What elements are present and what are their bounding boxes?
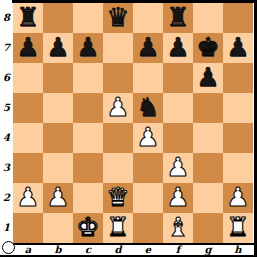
piece-black-pawn-g6[interactable]: ♟ xyxy=(196,62,219,92)
piece-white-rook-h1[interactable]: ♜ xyxy=(226,212,249,242)
square-e4[interactable]: ♟ xyxy=(133,123,163,153)
piece-black-pawn-h7[interactable]: ♟ xyxy=(226,32,249,62)
square-a4[interactable] xyxy=(13,123,43,153)
square-f2[interactable]: ♟ xyxy=(163,183,193,213)
piece-black-rook-f8[interactable]: ♜ xyxy=(166,2,189,32)
square-c4[interactable] xyxy=(73,123,103,153)
piece-white-pawn-f3[interactable]: ♟ xyxy=(166,152,189,182)
square-a5[interactable] xyxy=(13,93,43,123)
square-b2[interactable]: ♟ xyxy=(43,183,73,213)
square-e7[interactable]: ♟ xyxy=(133,33,163,63)
square-f5[interactable] xyxy=(163,93,193,123)
piece-white-queen-d2[interactable]: ♛ xyxy=(106,182,129,212)
square-g1[interactable] xyxy=(193,213,223,243)
piece-white-pawn-f2[interactable]: ♟ xyxy=(166,182,189,212)
square-h3[interactable] xyxy=(223,153,253,183)
square-a8[interactable]: ♜ xyxy=(13,3,43,33)
file-label-e: e xyxy=(133,244,163,255)
piece-black-rook-a8[interactable]: ♜ xyxy=(16,2,39,32)
piece-black-queen-d8[interactable]: ♛ xyxy=(106,2,129,32)
square-h6[interactable] xyxy=(223,63,253,93)
square-g2[interactable] xyxy=(193,183,223,213)
square-e2[interactable] xyxy=(133,183,163,213)
square-e3[interactable] xyxy=(133,153,163,183)
piece-black-pawn-c7[interactable]: ♟ xyxy=(76,32,99,62)
square-c3[interactable] xyxy=(73,153,103,183)
square-b7[interactable]: ♟ xyxy=(43,33,73,63)
square-b6[interactable] xyxy=(43,63,73,93)
square-b3[interactable] xyxy=(43,153,73,183)
piece-white-pawn-e4[interactable]: ♟ xyxy=(136,122,159,152)
piece-white-pawn-h2[interactable]: ♟ xyxy=(226,182,249,212)
rank-label-1: 1 xyxy=(0,213,13,243)
piece-black-pawn-a7[interactable]: ♟ xyxy=(16,32,39,62)
square-d7[interactable] xyxy=(103,33,133,63)
square-h8[interactable] xyxy=(223,3,253,33)
file-labels: abcdefgh xyxy=(13,244,253,255)
square-g6[interactable]: ♟ xyxy=(193,63,223,93)
square-h4[interactable] xyxy=(223,123,253,153)
white-to-move-indicator-circle xyxy=(2,241,15,254)
piece-white-pawn-d5[interactable]: ♟ xyxy=(106,92,129,122)
square-c6[interactable] xyxy=(73,63,103,93)
square-g8[interactable] xyxy=(193,3,223,33)
rank-label-8: 8 xyxy=(0,3,13,33)
file-label-g: g xyxy=(193,244,223,255)
square-h2[interactable]: ♟ xyxy=(223,183,253,213)
square-f1[interactable]: ♝ xyxy=(163,213,193,243)
square-f4[interactable] xyxy=(163,123,193,153)
square-e5[interactable]: ♞ xyxy=(133,93,163,123)
square-f8[interactable]: ♜ xyxy=(163,3,193,33)
rank-label-5: 5 xyxy=(0,93,13,123)
square-d1[interactable]: ♜ xyxy=(103,213,133,243)
square-e6[interactable] xyxy=(133,63,163,93)
rank-label-2: 2 xyxy=(0,183,13,213)
square-g7[interactable]: ♚ xyxy=(193,33,223,63)
chess-board[interactable]: ♜♛♜♟♟♟♟♟♚♟♟♟♞♟♟♟♟♛♟♟♚♜♝♜ xyxy=(13,3,253,243)
square-h7[interactable]: ♟ xyxy=(223,33,253,63)
square-a1[interactable] xyxy=(13,213,43,243)
square-g4[interactable] xyxy=(193,123,223,153)
square-b5[interactable] xyxy=(43,93,73,123)
square-f6[interactable] xyxy=(163,63,193,93)
square-c7[interactable]: ♟ xyxy=(73,33,103,63)
square-a2[interactable]: ♟ xyxy=(13,183,43,213)
square-b4[interactable] xyxy=(43,123,73,153)
rank-label-4: 4 xyxy=(0,123,13,153)
square-d6[interactable] xyxy=(103,63,133,93)
square-b8[interactable] xyxy=(43,3,73,33)
file-label-d: d xyxy=(103,244,133,255)
piece-white-king-c1[interactable]: ♚ xyxy=(76,212,99,242)
square-a6[interactable] xyxy=(13,63,43,93)
piece-black-pawn-e7[interactable]: ♟ xyxy=(136,32,159,62)
square-e8[interactable] xyxy=(133,3,163,33)
square-h5[interactable] xyxy=(223,93,253,123)
square-d3[interactable] xyxy=(103,153,133,183)
board-frame-right xyxy=(254,0,257,257)
square-g5[interactable] xyxy=(193,93,223,123)
square-c2[interactable] xyxy=(73,183,103,213)
piece-white-pawn-b2[interactable]: ♟ xyxy=(46,182,69,212)
square-c8[interactable] xyxy=(73,3,103,33)
square-b1[interactable] xyxy=(43,213,73,243)
rank-label-6: 6 xyxy=(0,63,13,93)
square-h1[interactable]: ♜ xyxy=(223,213,253,243)
file-label-h: h xyxy=(223,244,253,255)
file-label-a: a xyxy=(13,244,43,255)
square-d5[interactable]: ♟ xyxy=(103,93,133,123)
piece-white-bishop-f1[interactable]: ♝ xyxy=(166,212,189,242)
square-g3[interactable] xyxy=(193,153,223,183)
square-d4[interactable] xyxy=(103,123,133,153)
piece-black-king-g7[interactable]: ♚ xyxy=(196,32,219,62)
file-label-c: c xyxy=(73,244,103,255)
piece-white-rook-d1[interactable]: ♜ xyxy=(106,212,129,242)
square-a3[interactable] xyxy=(13,153,43,183)
chess-diagram: 87654321 ♜♛♜♟♟♟♟♟♚♟♟♟♞♟♟♟♟♛♟♟♚♜♝♜ abcdef… xyxy=(0,0,257,257)
rank-label-3: 3 xyxy=(0,153,13,183)
file-label-b: b xyxy=(43,244,73,255)
piece-black-pawn-b7[interactable]: ♟ xyxy=(46,32,69,62)
square-f3[interactable]: ♟ xyxy=(163,153,193,183)
square-e1[interactable] xyxy=(133,213,163,243)
piece-black-pawn-f7[interactable]: ♟ xyxy=(166,32,189,62)
square-c5[interactable] xyxy=(73,93,103,123)
rank-label-7: 7 xyxy=(0,33,13,63)
square-a7[interactable]: ♟ xyxy=(13,33,43,63)
piece-white-pawn-a2[interactable]: ♟ xyxy=(16,182,39,212)
square-f7[interactable]: ♟ xyxy=(163,33,193,63)
square-d2[interactable]: ♛ xyxy=(103,183,133,213)
square-d8[interactable]: ♛ xyxy=(103,3,133,33)
file-label-f: f xyxy=(163,244,193,255)
rank-labels: 87654321 xyxy=(0,3,13,243)
piece-black-knight-e5[interactable]: ♞ xyxy=(136,92,159,122)
square-c1[interactable]: ♚ xyxy=(73,213,103,243)
